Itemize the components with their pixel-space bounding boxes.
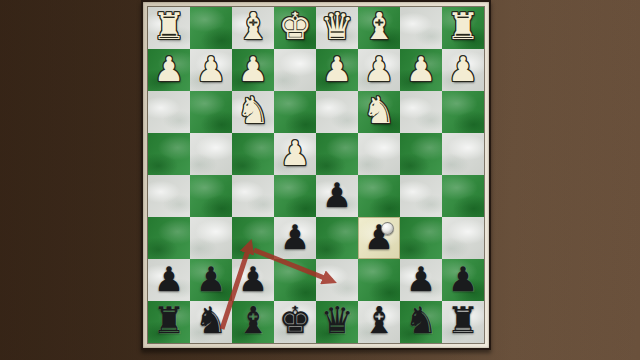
square-b6[interactable] [400, 217, 442, 259]
black-bishop[interactable]: ♝ [236, 300, 269, 342]
square-f4[interactable] [232, 133, 274, 175]
square-c4[interactable] [358, 133, 400, 175]
black-king[interactable]: ♚ [278, 300, 311, 342]
black-pawn[interactable]: ♟ [280, 216, 310, 258]
square-f3[interactable]: ♞ [232, 91, 274, 133]
square-h8[interactable]: ♜ [148, 301, 190, 343]
video-frame: { "game": "chess", "position": { "fen": … [0, 0, 640, 360]
black-knight[interactable]: ♞ [404, 300, 437, 342]
white-knight[interactable]: ♞ [236, 90, 269, 132]
square-f2[interactable]: ♟ [232, 49, 274, 91]
square-a7[interactable]: ♟ [442, 259, 484, 301]
white-knight[interactable]: ♞ [362, 90, 395, 132]
square-f5[interactable] [232, 175, 274, 217]
square-b8[interactable]: ♞ [400, 301, 442, 343]
square-b4[interactable] [400, 133, 442, 175]
white-queen[interactable]: ♛ [320, 6, 353, 48]
white-pawn[interactable]: ♟ [196, 48, 226, 90]
square-f7[interactable]: ♟ [232, 259, 274, 301]
square-g4[interactable] [190, 133, 232, 175]
square-b5[interactable] [400, 175, 442, 217]
square-d8[interactable]: ♛ [316, 301, 358, 343]
square-g6[interactable] [190, 217, 232, 259]
black-bishop[interactable]: ♝ [362, 300, 395, 342]
white-rook[interactable]: ♜ [446, 6, 479, 48]
square-f6[interactable] [232, 217, 274, 259]
square-e4[interactable]: ♟ [274, 133, 316, 175]
black-pawn[interactable]: ♟ [238, 258, 268, 300]
square-d5[interactable]: ♟ [316, 175, 358, 217]
square-h1[interactable]: ♜ [148, 7, 190, 49]
square-d1[interactable]: ♛ [316, 7, 358, 49]
white-pawn[interactable]: ♟ [322, 48, 352, 90]
square-a2[interactable]: ♟ [442, 49, 484, 91]
square-a4[interactable] [442, 133, 484, 175]
black-rook[interactable]: ♜ [152, 300, 185, 342]
white-bishop[interactable]: ♝ [236, 6, 269, 48]
square-h6[interactable] [148, 217, 190, 259]
board-squares: ♜♝♚♛♝♜♟♟♟♟♟♟♟♞♞♟♟♟♟♟♟♟♟♟♜♞♝♚♛♝♞♜ [148, 7, 484, 343]
square-g2[interactable]: ♟ [190, 49, 232, 91]
black-knight[interactable]: ♞ [194, 300, 227, 342]
square-b3[interactable] [400, 91, 442, 133]
white-bishop[interactable]: ♝ [362, 6, 395, 48]
square-b2[interactable]: ♟ [400, 49, 442, 91]
square-e2[interactable] [274, 49, 316, 91]
square-c7[interactable] [358, 259, 400, 301]
square-d4[interactable] [316, 133, 358, 175]
white-pawn[interactable]: ♟ [364, 48, 394, 90]
square-g5[interactable] [190, 175, 232, 217]
square-b1[interactable] [400, 7, 442, 49]
square-a8[interactable]: ♜ [442, 301, 484, 343]
white-pawn[interactable]: ♟ [406, 48, 436, 90]
square-h4[interactable] [148, 133, 190, 175]
black-pawn[interactable]: ♟ [196, 258, 226, 300]
black-pawn[interactable]: ♟ [322, 174, 352, 216]
square-e8[interactable]: ♚ [274, 301, 316, 343]
square-c5[interactable] [358, 175, 400, 217]
white-king[interactable]: ♚ [278, 6, 311, 48]
square-e5[interactable] [274, 175, 316, 217]
square-b7[interactable]: ♟ [400, 259, 442, 301]
square-e6[interactable]: ♟ [274, 217, 316, 259]
black-queen[interactable]: ♛ [320, 300, 353, 342]
square-c1[interactable]: ♝ [358, 7, 400, 49]
square-f1[interactable]: ♝ [232, 7, 274, 49]
black-pawn[interactable]: ♟ [406, 258, 436, 300]
black-pawn[interactable]: ♟ [154, 258, 184, 300]
square-d2[interactable]: ♟ [316, 49, 358, 91]
black-rook[interactable]: ♜ [446, 300, 479, 342]
square-a3[interactable] [442, 91, 484, 133]
square-h3[interactable] [148, 91, 190, 133]
square-e1[interactable]: ♚ [274, 7, 316, 49]
square-c2[interactable]: ♟ [358, 49, 400, 91]
square-g3[interactable] [190, 91, 232, 133]
square-c3[interactable]: ♞ [358, 91, 400, 133]
square-h7[interactable]: ♟ [148, 259, 190, 301]
chess-board: ♜♝♚♛♝♜♟♟♟♟♟♟♟♞♞♟♟♟♟♟♟♟♟♟♜♞♝♚♛♝♞♜ [141, 0, 491, 350]
black-pawn[interactable]: ♟ [448, 258, 478, 300]
square-c8[interactable]: ♝ [358, 301, 400, 343]
white-pawn[interactable]: ♟ [154, 48, 184, 90]
white-rook[interactable]: ♜ [152, 6, 185, 48]
square-g7[interactable]: ♟ [190, 259, 232, 301]
square-a1[interactable]: ♜ [442, 7, 484, 49]
square-g8[interactable]: ♞ [190, 301, 232, 343]
square-d7[interactable] [316, 259, 358, 301]
square-d3[interactable] [316, 91, 358, 133]
white-pawn[interactable]: ♟ [238, 48, 268, 90]
white-pawn[interactable]: ♟ [280, 132, 310, 174]
square-f8[interactable]: ♝ [232, 301, 274, 343]
square-c6[interactable]: ♟ [358, 217, 400, 259]
square-e7[interactable] [274, 259, 316, 301]
square-e3[interactable] [274, 91, 316, 133]
white-pawn[interactable]: ♟ [448, 48, 478, 90]
square-g1[interactable] [190, 7, 232, 49]
square-a6[interactable] [442, 217, 484, 259]
square-h2[interactable]: ♟ [148, 49, 190, 91]
square-d6[interactable] [316, 217, 358, 259]
square-a5[interactable] [442, 175, 484, 217]
black-pawn[interactable]: ♟ [364, 216, 394, 258]
square-h5[interactable] [148, 175, 190, 217]
